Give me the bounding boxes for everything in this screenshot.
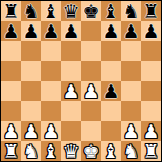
square-f4[interactable]: ♟ [101,81,121,101]
piece-white-bishop: ♝ [102,141,119,161]
square-b1[interactable]: ♞ [21,141,41,161]
square-h3[interactable] [141,101,161,121]
square-c6[interactable] [41,41,61,61]
square-f5[interactable] [101,61,121,81]
square-h8[interactable]: ♜ [141,1,161,21]
square-b5[interactable] [21,61,41,81]
square-h1[interactable]: ♜ [141,141,161,161]
piece-white-king: ♚ [82,141,99,161]
square-d7[interactable]: ♟ [61,21,81,41]
square-f6[interactable] [101,41,121,61]
piece-black-knight: ♞ [22,1,39,21]
piece-white-pawn: ♟ [2,121,19,141]
square-a4[interactable] [1,81,21,101]
square-d5[interactable] [61,61,81,81]
piece-black-pawn: ♟ [102,21,119,41]
square-a7[interactable]: ♟ [1,21,21,41]
square-g1[interactable]: ♞ [121,141,141,161]
square-c7[interactable]: ♟ [41,21,61,41]
piece-black-pawn: ♟ [142,21,159,41]
piece-black-queen: ♛ [62,1,79,21]
square-e5[interactable] [81,61,101,81]
square-g4[interactable] [121,81,141,101]
square-g5[interactable] [121,61,141,81]
square-g8[interactable]: ♞ [121,1,141,21]
piece-white-pawn: ♟ [22,121,39,141]
square-d8[interactable]: ♛ [61,1,81,21]
square-g7[interactable]: ♟ [121,21,141,41]
square-d1[interactable]: ♛ [61,141,81,161]
piece-white-rook: ♜ [2,141,19,161]
square-b8[interactable]: ♞ [21,1,41,21]
square-e6[interactable] [81,41,101,61]
square-c4[interactable] [41,81,61,101]
piece-black-pawn: ♟ [22,21,39,41]
square-d4[interactable]: ♟ [61,81,81,101]
piece-black-king: ♚ [82,1,99,21]
square-a1[interactable]: ♜ [1,141,21,161]
square-e7[interactable] [81,21,101,41]
piece-black-bishop: ♝ [102,1,119,21]
piece-white-pawn: ♟ [42,121,59,141]
square-c8[interactable]: ♝ [41,1,61,21]
square-d3[interactable] [61,101,81,121]
square-h5[interactable] [141,61,161,81]
square-b4[interactable] [21,81,41,101]
square-c3[interactable] [41,101,61,121]
piece-white-rook: ♜ [142,141,159,161]
square-a2[interactable]: ♟ [1,121,21,141]
piece-white-bishop: ♝ [42,141,59,161]
piece-black-pawn: ♟ [62,21,79,41]
piece-black-pawn: ♟ [2,21,19,41]
piece-black-rook: ♜ [142,1,159,21]
square-g6[interactable] [121,41,141,61]
piece-white-knight: ♞ [22,141,39,161]
square-c5[interactable] [41,61,61,81]
square-b2[interactable]: ♟ [21,121,41,141]
square-e8[interactable]: ♚ [81,1,101,21]
piece-white-pawn: ♟ [122,121,139,141]
piece-black-knight: ♞ [122,1,139,21]
square-f7[interactable]: ♟ [101,21,121,41]
square-g3[interactable] [121,101,141,121]
piece-black-bishop: ♝ [42,1,59,21]
square-e1[interactable]: ♚ [81,141,101,161]
square-h4[interactable] [141,81,161,101]
piece-white-pawn: ♟ [82,81,99,101]
square-f3[interactable] [101,101,121,121]
square-a5[interactable] [1,61,21,81]
square-d6[interactable] [61,41,81,61]
piece-black-pawn: ♟ [122,21,139,41]
square-h6[interactable] [141,41,161,61]
square-f2[interactable] [101,121,121,141]
piece-black-pawn: ♟ [102,81,119,101]
piece-white-queen: ♛ [62,141,79,161]
square-g2[interactable]: ♟ [121,121,141,141]
square-e4[interactable]: ♟ [81,81,101,101]
square-d2[interactable] [61,121,81,141]
square-e2[interactable] [81,121,101,141]
square-h2[interactable]: ♟ [141,121,161,141]
piece-white-pawn: ♟ [142,121,159,141]
piece-white-pawn: ♟ [62,81,79,101]
piece-black-rook: ♜ [2,1,19,21]
square-c2[interactable]: ♟ [41,121,61,141]
square-b7[interactable]: ♟ [21,21,41,41]
square-h7[interactable]: ♟ [141,21,161,41]
square-a3[interactable] [1,101,21,121]
square-f8[interactable]: ♝ [101,1,121,21]
square-a6[interactable] [1,41,21,61]
square-e3[interactable] [81,101,101,121]
piece-black-pawn: ♟ [42,21,59,41]
square-b3[interactable] [21,101,41,121]
square-c1[interactable]: ♝ [41,141,61,161]
piece-white-knight: ♞ [122,141,139,161]
square-b6[interactable] [21,41,41,61]
square-a8[interactable]: ♜ [1,1,21,21]
chess-board: ♜♞♝♛♚♝♞♜♟♟♟♟♟♟♟♟♟♟♟♟♟♟♟♜♞♝♛♚♝♞♜ [0,0,162,162]
square-f1[interactable]: ♝ [101,141,121,161]
